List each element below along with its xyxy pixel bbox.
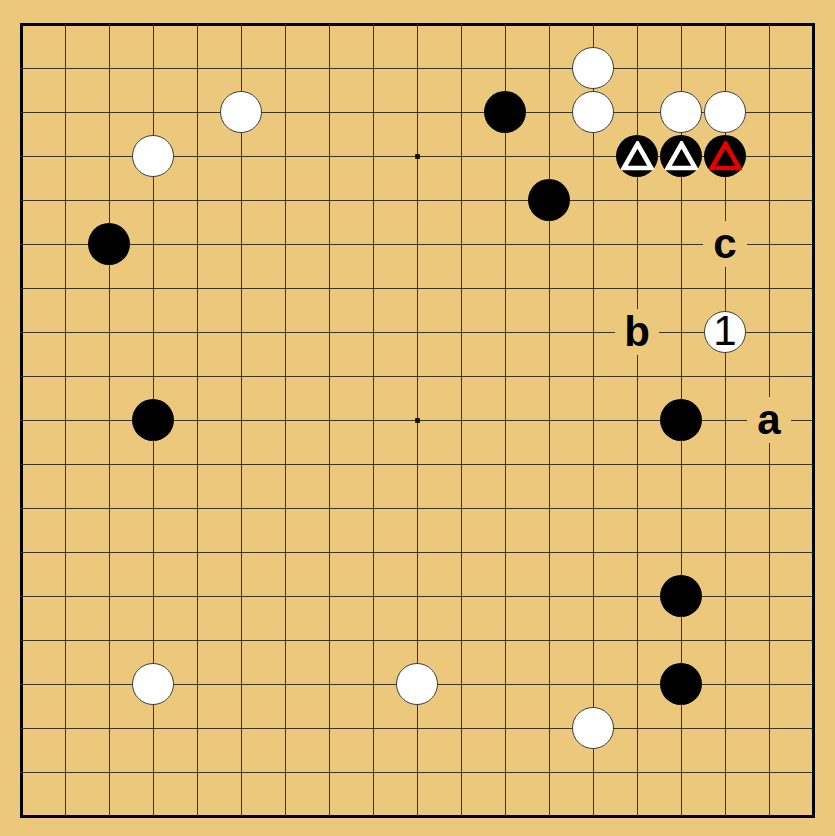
stone-black — [88, 223, 130, 265]
board-point-D16 — [131, 134, 175, 178]
stone-black-marked — [704, 135, 746, 177]
board-point-D4 — [131, 662, 175, 706]
letter-label-a: a — [747, 397, 791, 443]
board-point-K4 — [395, 662, 439, 706]
board-point-C14 — [87, 222, 131, 266]
triangle-mark-red-icon — [709, 141, 742, 171]
stone-black — [660, 399, 702, 441]
board-point-Q16 — [659, 134, 703, 178]
board-point-P12: b — [615, 310, 659, 354]
stone-black — [484, 91, 526, 133]
board-point-F17 — [219, 90, 263, 134]
board-point-O17 — [571, 90, 615, 134]
board-point-N15 — [527, 178, 571, 222]
stone-white — [572, 47, 614, 89]
stone-white — [572, 91, 614, 133]
board-point-S10: a — [747, 398, 791, 442]
stone-black-marked — [660, 135, 702, 177]
board-point-P16 — [615, 134, 659, 178]
stone-white — [396, 663, 438, 705]
go-board: 1cba — [0, 0, 835, 836]
letter-label-b: b — [615, 309, 659, 355]
triangle-mark-white-icon — [621, 141, 654, 171]
board-point-Q6 — [659, 574, 703, 618]
board-point-R14: c — [703, 222, 747, 266]
stone-white — [572, 707, 614, 749]
stone-white — [132, 135, 174, 177]
move-number-label: 1 — [713, 310, 736, 352]
stone-black-marked — [616, 135, 658, 177]
board-point-M17 — [483, 90, 527, 134]
stone-white-move-1: 1 — [704, 311, 746, 353]
letter-label-c: c — [703, 221, 747, 267]
stone-white — [704, 91, 746, 133]
board-point-Q17 — [659, 90, 703, 134]
board-point-R16 — [703, 134, 747, 178]
board-point-O3 — [571, 706, 615, 750]
board-point-R12: 1 — [703, 310, 747, 354]
stone-black — [660, 663, 702, 705]
stone-white — [132, 663, 174, 705]
board-point-D10 — [131, 398, 175, 442]
stones-grid: 1cba — [0, 2, 835, 836]
board-point-O18 — [571, 46, 615, 90]
stone-white — [660, 91, 702, 133]
board-point-Q4 — [659, 662, 703, 706]
stone-black — [132, 399, 174, 441]
stone-black — [660, 575, 702, 617]
board-point-R17 — [703, 90, 747, 134]
stone-white — [220, 91, 262, 133]
triangle-mark-white-icon — [665, 141, 698, 171]
stone-black — [528, 179, 570, 221]
board-point-Q10 — [659, 398, 703, 442]
